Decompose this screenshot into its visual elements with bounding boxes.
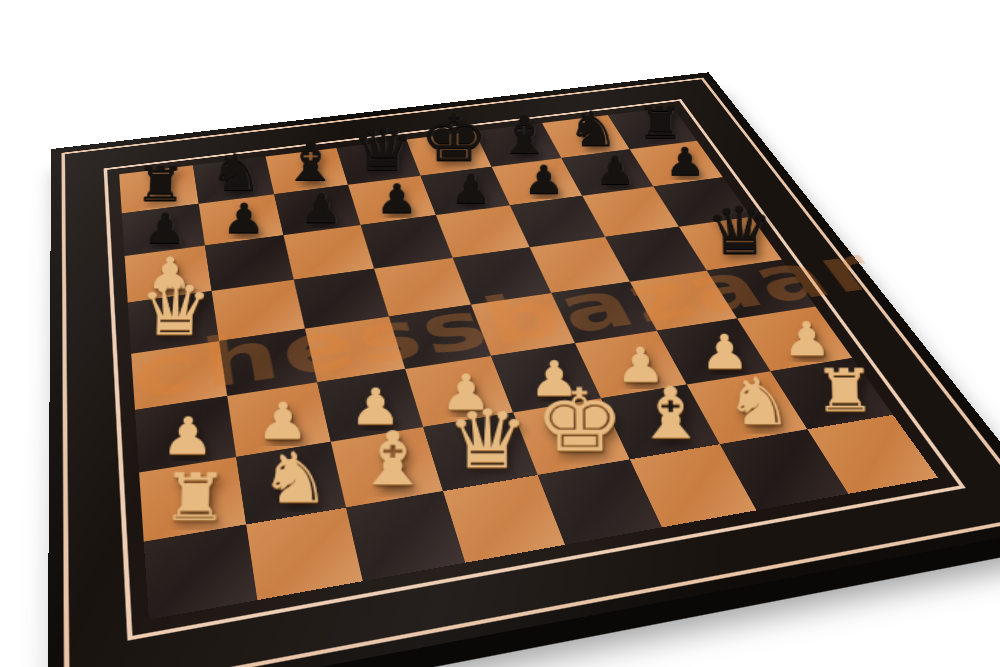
piece-black-knight[interactable]: ♞	[198, 147, 274, 198]
square-c7[interactable]: ♟	[274, 185, 360, 235]
piece-white-rook[interactable]: ♜	[798, 360, 892, 419]
square-b7[interactable]: ♟	[199, 194, 284, 245]
piece-white-bishop[interactable]: ♝	[623, 378, 718, 449]
piece-black-pawn[interactable]: ♟	[506, 160, 581, 199]
piece-black-queen[interactable]: ♛	[699, 199, 780, 264]
piece-white-queen[interactable]: ♛	[439, 400, 536, 481]
piece-white-king[interactable]: ♚	[532, 378, 628, 465]
piece-white-queen[interactable]: ♛	[131, 275, 219, 346]
piece-black-rook[interactable]: ♜	[625, 100, 696, 144]
square-b2[interactable]: ♞	[236, 442, 346, 525]
piece-white-bishop[interactable]: ♝	[343, 422, 441, 496]
piece-black-pawn[interactable]: ♟	[359, 178, 436, 218]
piece-black-knight[interactable]: ♞	[557, 105, 629, 153]
piece-black-bishop[interactable]: ♝	[488, 109, 560, 162]
product-photo-scene: ♜♞♝♛♚♝♞♜♟♟♟♟♟♟♟♟♟♛♛♟♟♟♟♟♟♟♟♜♞♝♛♚♝♞♜ ches…	[0, 0, 1000, 667]
square-a2[interactable]: ♜	[139, 457, 246, 542]
piece-black-pawn[interactable]: ♟	[578, 151, 652, 190]
square-c4[interactable]	[305, 317, 405, 383]
square-a5[interactable]: ♛	[128, 291, 219, 354]
piece-black-bishop[interactable]: ♝	[273, 134, 348, 188]
piece-white-knight[interactable]: ♞	[711, 369, 806, 434]
piece-black-rook[interactable]: ♜	[122, 160, 199, 208]
square-c6[interactable]	[284, 225, 375, 280]
piece-black-pawn[interactable]: ♟	[204, 198, 283, 239]
piece-white-rook[interactable]: ♜	[144, 464, 246, 529]
square-e4[interactable]	[471, 293, 575, 356]
chess-board: ♜♞♝♛♚♝♞♜♟♟♟♟♟♟♟♟♟♛♛♟♟♟♟♟♟♟♟♜♞♝♛♚♝♞♜ ches…	[119, 107, 938, 619]
piece-black-pawn[interactable]: ♟	[282, 188, 360, 229]
square-a4[interactable]	[131, 341, 227, 410]
piece-black-pawn[interactable]: ♟	[648, 142, 722, 181]
piece-black-pawn[interactable]: ♟	[125, 208, 205, 250]
piece-black-king[interactable]: ♚	[418, 106, 490, 170]
piece-white-pawn[interactable]: ♟	[139, 410, 236, 461]
piece-white-knight[interactable]: ♞	[245, 443, 345, 513]
piece-black-queen[interactable]: ♛	[346, 120, 420, 179]
piece-black-pawn[interactable]: ♟	[433, 169, 509, 209]
